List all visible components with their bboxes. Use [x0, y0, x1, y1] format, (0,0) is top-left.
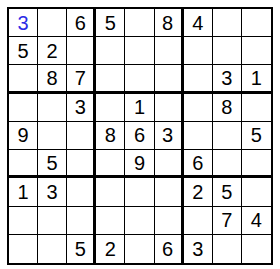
- cell-r9c2[interactable]: [38, 235, 67, 263]
- cell-r7c7[interactable]: 2: [184, 178, 213, 206]
- cell-r4c9[interactable]: [242, 94, 271, 122]
- cell-r2c1[interactable]: 5: [9, 37, 38, 65]
- cell-r6c1[interactable]: [9, 150, 38, 178]
- cell-r6c8[interactable]: [213, 150, 242, 178]
- cell-r7c2[interactable]: 3: [38, 178, 67, 206]
- cell-r4c3[interactable]: 3: [67, 94, 96, 122]
- cell-r7c3[interactable]: [67, 178, 96, 206]
- cell-r9c9[interactable]: [242, 235, 271, 263]
- cell-r6c2[interactable]: 5: [38, 150, 67, 178]
- cell-r2c9[interactable]: [242, 37, 271, 65]
- cell-r1c4[interactable]: 5: [96, 9, 125, 37]
- cell-r7c5[interactable]: [125, 178, 154, 206]
- cell-r8c5[interactable]: [125, 207, 154, 235]
- cell-r1c3[interactable]: 6: [67, 9, 96, 37]
- cell-r4c5[interactable]: 1: [125, 94, 154, 122]
- cell-r4c2[interactable]: [38, 94, 67, 122]
- cell-r6c3[interactable]: [67, 150, 96, 178]
- cell-r2c7[interactable]: [184, 37, 213, 65]
- cell-r2c3[interactable]: [67, 37, 96, 65]
- cell-r7c9[interactable]: [242, 178, 271, 206]
- cell-r8c7[interactable]: [184, 207, 213, 235]
- cell-r5c3[interactable]: [67, 122, 96, 150]
- cell-r8c9[interactable]: 4: [242, 207, 271, 235]
- cell-r1c9[interactable]: [242, 9, 271, 37]
- cell-r3c3[interactable]: 7: [67, 65, 96, 93]
- cell-r7c4[interactable]: [96, 178, 125, 206]
- cell-r1c6[interactable]: 8: [155, 9, 184, 37]
- cell-r3c2[interactable]: 8: [38, 65, 67, 93]
- cell-r6c9[interactable]: [242, 150, 271, 178]
- cell-r7c1[interactable]: 1: [9, 178, 38, 206]
- cell-r9c8[interactable]: [213, 235, 242, 263]
- cell-r9c4[interactable]: 2: [96, 235, 125, 263]
- cell-r4c4[interactable]: [96, 94, 125, 122]
- cell-r6c7[interactable]: 6: [184, 150, 213, 178]
- cell-r5c7[interactable]: [184, 122, 213, 150]
- cell-r7c6[interactable]: [155, 178, 184, 206]
- cell-r4c1[interactable]: [9, 94, 38, 122]
- cell-r4c8[interactable]: 8: [213, 94, 242, 122]
- cell-r1c5[interactable]: [125, 9, 154, 37]
- cell-r9c3[interactable]: 5: [67, 235, 96, 263]
- cell-r4c6[interactable]: [155, 94, 184, 122]
- cell-r3c8[interactable]: 3: [213, 65, 242, 93]
- cell-r1c2[interactable]: [38, 9, 67, 37]
- cell-r9c1[interactable]: [9, 235, 38, 263]
- cell-r6c4[interactable]: [96, 150, 125, 178]
- cell-r3c6[interactable]: [155, 65, 184, 93]
- cell-r5c5[interactable]: 6: [125, 122, 154, 150]
- cell-r8c2[interactable]: [38, 207, 67, 235]
- cell-r8c3[interactable]: [67, 207, 96, 235]
- cell-r9c6[interactable]: 6: [155, 235, 184, 263]
- cell-r2c6[interactable]: [155, 37, 184, 65]
- cell-r6c5[interactable]: 9: [125, 150, 154, 178]
- cell-r1c8[interactable]: [213, 9, 242, 37]
- cell-r1c7[interactable]: 4: [184, 9, 213, 37]
- cell-r3c4[interactable]: [96, 65, 125, 93]
- cell-r5c9[interactable]: 5: [242, 122, 271, 150]
- cell-r4c7[interactable]: [184, 94, 213, 122]
- sudoku-board: 36584528731318986355961325745263: [7, 7, 273, 265]
- cell-r2c4[interactable]: [96, 37, 125, 65]
- cell-r5c1[interactable]: 9: [9, 122, 38, 150]
- cell-r6c6[interactable]: [155, 150, 184, 178]
- cell-r3c7[interactable]: [184, 65, 213, 93]
- cell-r5c4[interactable]: 8: [96, 122, 125, 150]
- cell-r3c1[interactable]: [9, 65, 38, 93]
- cell-r3c9[interactable]: 1: [242, 65, 271, 93]
- cell-r3c5[interactable]: [125, 65, 154, 93]
- sudoku-screen: 36584528731318986355961325745263: [0, 0, 280, 269]
- cell-r9c5[interactable]: [125, 235, 154, 263]
- cell-r8c1[interactable]: [9, 207, 38, 235]
- cell-r8c8[interactable]: 7: [213, 207, 242, 235]
- cell-r2c2[interactable]: 2: [38, 37, 67, 65]
- cell-r5c6[interactable]: 3: [155, 122, 184, 150]
- cell-r8c4[interactable]: [96, 207, 125, 235]
- cell-r5c2[interactable]: [38, 122, 67, 150]
- cell-r7c8[interactable]: 5: [213, 178, 242, 206]
- cell-r2c8[interactable]: [213, 37, 242, 65]
- cell-r2c5[interactable]: [125, 37, 154, 65]
- cell-r1c1[interactable]: 3: [9, 9, 38, 37]
- cell-r8c6[interactable]: [155, 207, 184, 235]
- cell-r9c7[interactable]: 3: [184, 235, 213, 263]
- cell-r5c8[interactable]: [213, 122, 242, 150]
